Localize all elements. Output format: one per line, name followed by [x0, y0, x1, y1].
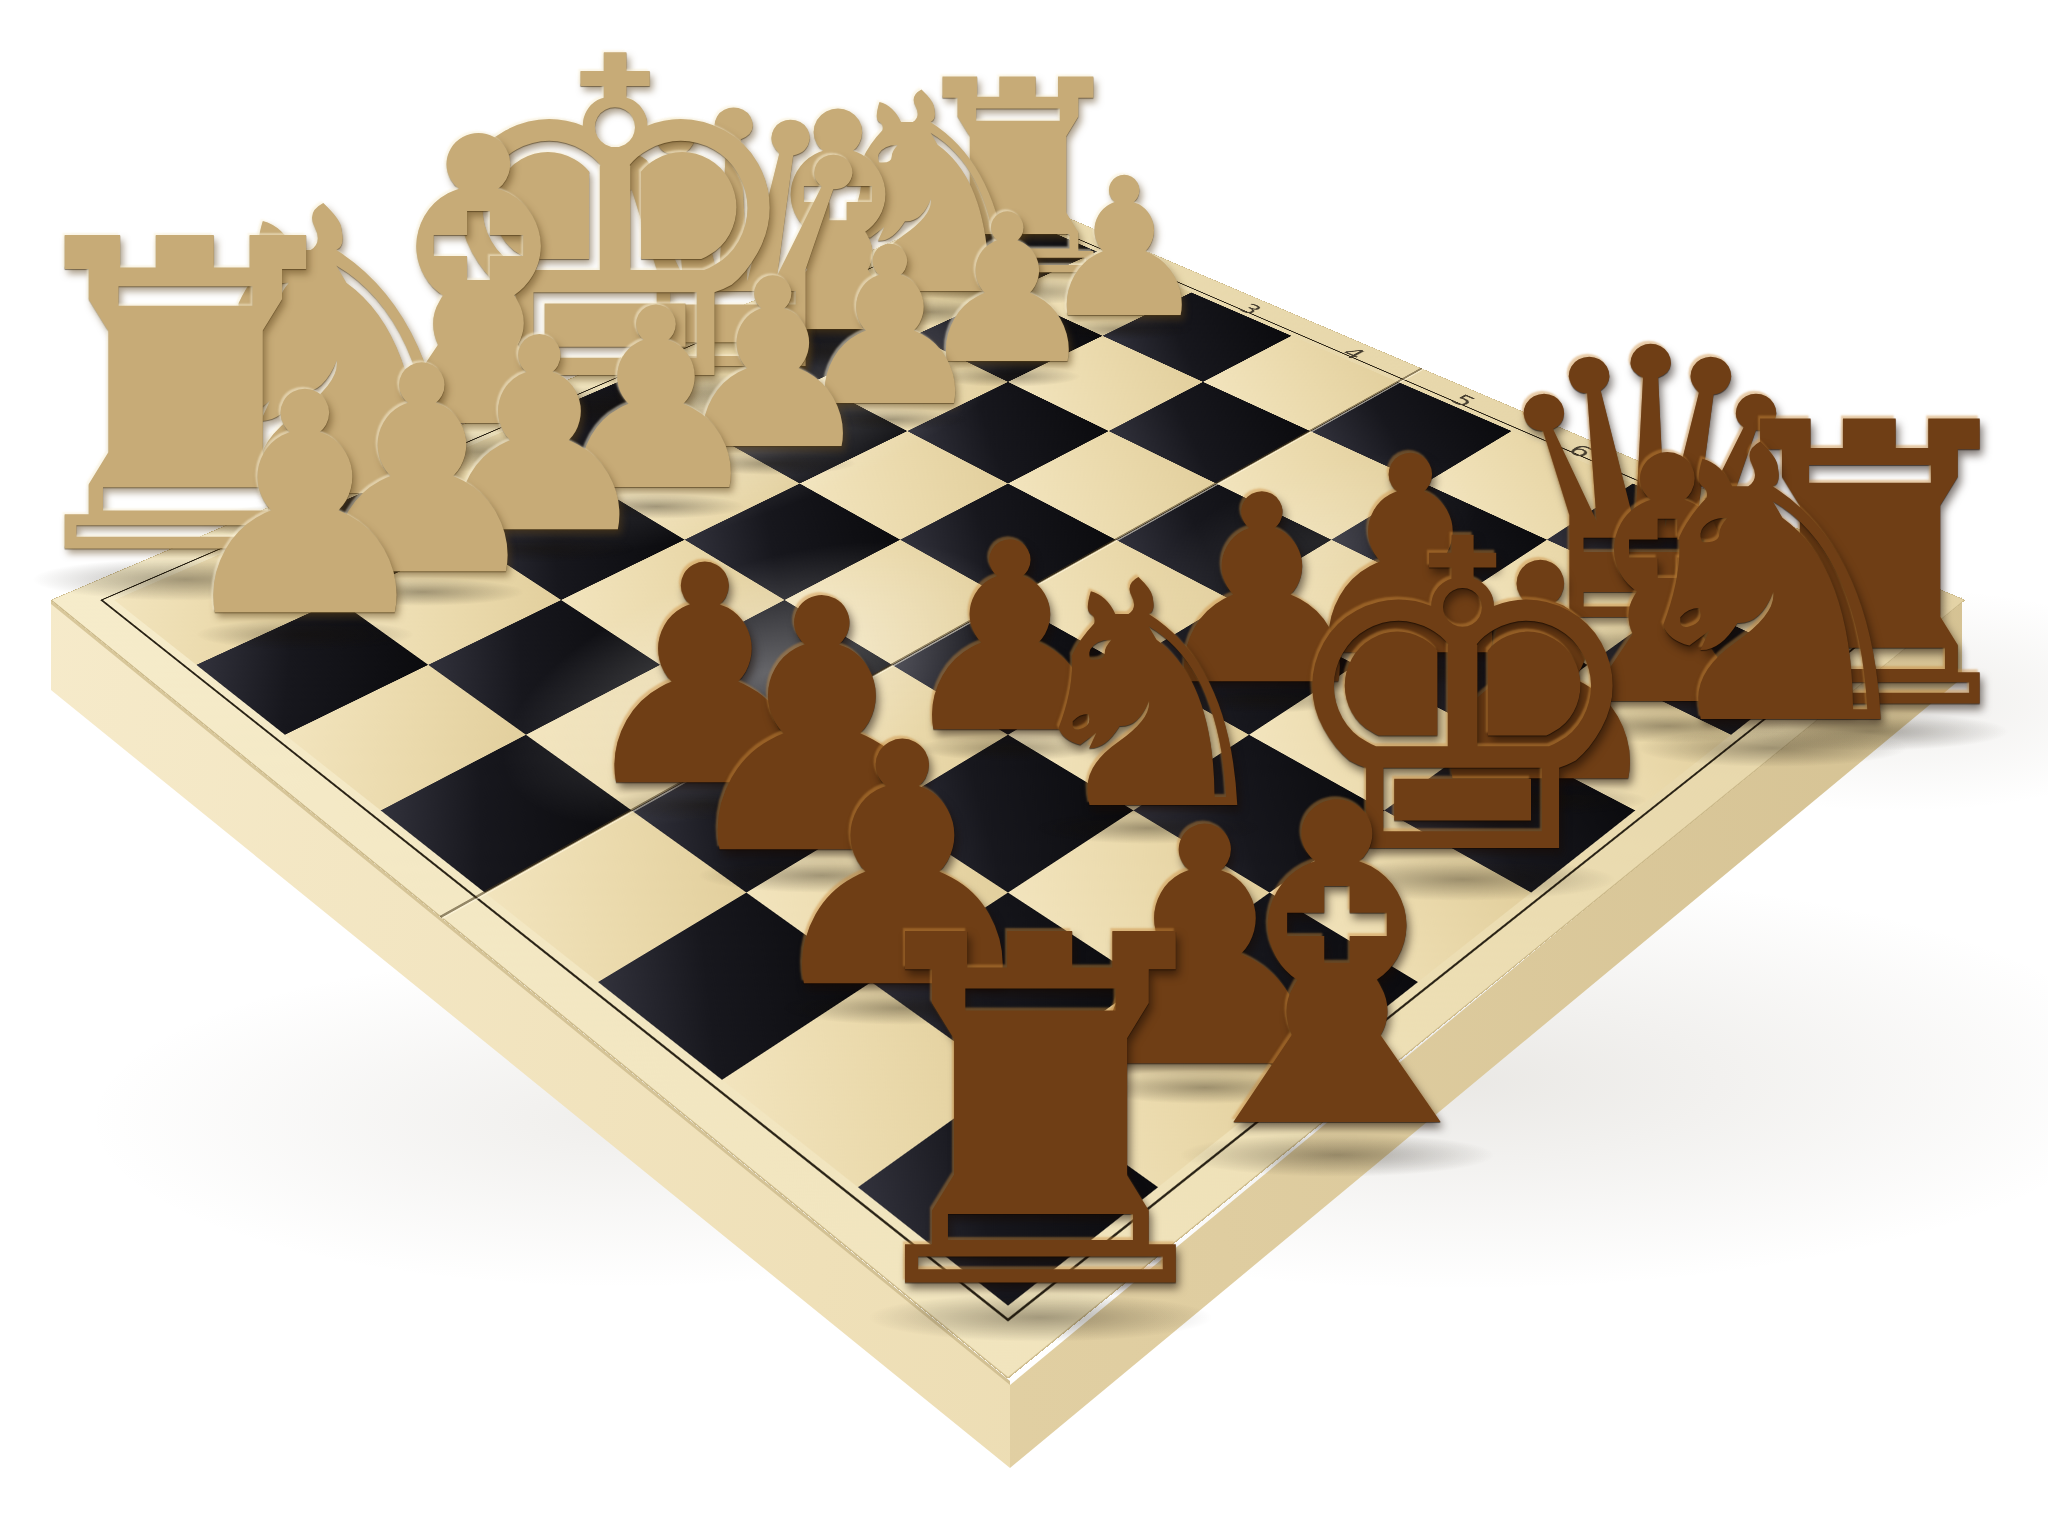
- pieces-layer: ♜♞♝♚♛♝♞♜♟♟♟♟♟♟♟♟♜♞♝♚♛♝♞♜♟♟♟♟♟♟♟♟: [0, 0, 2048, 1536]
- brown-rook-h8[interactable]: ♜: [800, 875, 1281, 1356]
- white-pawn-h2[interactable]: ♟: [152, 353, 458, 659]
- chess-photo-scene: 12345678 ♜♞♝♚♛♝♞♜♟♟♟♟♟♟♟♟♜♞♝♚♛♝♞♜♟♟♟♟♟♟♟…: [0, 0, 2048, 1536]
